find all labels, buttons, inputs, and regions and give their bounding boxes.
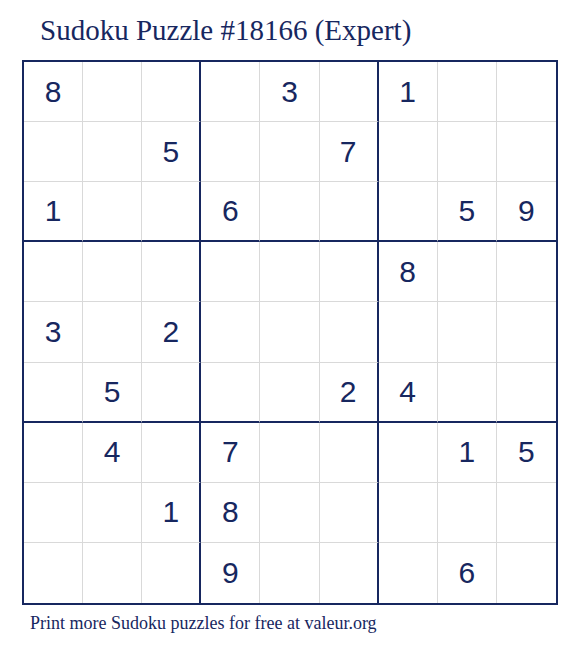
cell-r8c4: 8 <box>201 483 260 543</box>
cell-r2c3: 5 <box>142 122 201 182</box>
cell-r4c3 <box>142 242 201 302</box>
cell-r6c6: 2 <box>320 363 379 423</box>
cell-r3c9: 9 <box>497 182 556 242</box>
puzzle-page: Sudoku Puzzle #18166 (Expert) 8315716598… <box>0 0 580 651</box>
cell-r6c9 <box>497 363 556 423</box>
cell-r6c8 <box>438 363 497 423</box>
cell-r6c4 <box>201 363 260 423</box>
cell-r2c8 <box>438 122 497 182</box>
cell-r7c4: 7 <box>201 423 260 483</box>
cell-r1c4 <box>201 62 260 122</box>
cell-r4c2 <box>83 242 142 302</box>
cell-r5c6 <box>320 302 379 362</box>
cell-r3c1: 1 <box>24 182 83 242</box>
cell-r8c6 <box>320 483 379 543</box>
cell-r2c4 <box>201 122 260 182</box>
cell-r5c7 <box>379 302 438 362</box>
cell-r8c5 <box>260 483 319 543</box>
cell-r5c2 <box>83 302 142 362</box>
cell-r4c9 <box>497 242 556 302</box>
cell-r4c8 <box>438 242 497 302</box>
cell-r2c1 <box>24 122 83 182</box>
cell-r3c4: 6 <box>201 182 260 242</box>
cell-r8c7 <box>379 483 438 543</box>
cell-r1c7: 1 <box>379 62 438 122</box>
cell-r7c2: 4 <box>83 423 142 483</box>
sudoku-board: 83157165983252447151896 <box>22 60 558 605</box>
cell-r3c5 <box>260 182 319 242</box>
cell-r9c6 <box>320 543 379 603</box>
cell-r2c7 <box>379 122 438 182</box>
cell-r1c8 <box>438 62 497 122</box>
cell-r6c5 <box>260 363 319 423</box>
cell-r3c2 <box>83 182 142 242</box>
cell-r4c6 <box>320 242 379 302</box>
cell-r8c9 <box>497 483 556 543</box>
cell-r1c9 <box>497 62 556 122</box>
cell-r9c9 <box>497 543 556 603</box>
cell-r9c5 <box>260 543 319 603</box>
cell-r9c2 <box>83 543 142 603</box>
cell-r4c4 <box>201 242 260 302</box>
cell-r6c7: 4 <box>379 363 438 423</box>
cell-r7c3 <box>142 423 201 483</box>
cell-r7c7 <box>379 423 438 483</box>
footer-text: Print more Sudoku puzzles for free at va… <box>30 612 377 634</box>
cell-r5c8 <box>438 302 497 362</box>
cell-r1c3 <box>142 62 201 122</box>
cell-r3c6 <box>320 182 379 242</box>
cell-r4c1 <box>24 242 83 302</box>
cell-r6c2: 5 <box>83 363 142 423</box>
cell-r8c2 <box>83 483 142 543</box>
cell-r5c3: 2 <box>142 302 201 362</box>
cell-r3c8: 5 <box>438 182 497 242</box>
cell-r6c3 <box>142 363 201 423</box>
cell-r3c3 <box>142 182 201 242</box>
cell-r5c9 <box>497 302 556 362</box>
cell-r2c2 <box>83 122 142 182</box>
cell-r5c4 <box>201 302 260 362</box>
cell-r1c6 <box>320 62 379 122</box>
cell-r1c1: 8 <box>24 62 83 122</box>
cell-r2c9 <box>497 122 556 182</box>
cell-r9c1 <box>24 543 83 603</box>
cell-r5c5 <box>260 302 319 362</box>
cell-r2c5 <box>260 122 319 182</box>
cell-r9c7 <box>379 543 438 603</box>
cell-r7c9: 5 <box>497 423 556 483</box>
cell-r7c8: 1 <box>438 423 497 483</box>
cell-r9c4: 9 <box>201 543 260 603</box>
cell-r5c1: 3 <box>24 302 83 362</box>
cell-r9c8: 6 <box>438 543 497 603</box>
cell-r7c5 <box>260 423 319 483</box>
cell-r8c1 <box>24 483 83 543</box>
cell-r7c1 <box>24 423 83 483</box>
cell-r8c8 <box>438 483 497 543</box>
cell-r1c5: 3 <box>260 62 319 122</box>
cell-r4c5 <box>260 242 319 302</box>
cell-r6c1 <box>24 363 83 423</box>
cell-r1c2 <box>83 62 142 122</box>
cell-r8c3: 1 <box>142 483 201 543</box>
cell-r4c7: 8 <box>379 242 438 302</box>
cell-r9c3 <box>142 543 201 603</box>
cell-r2c6: 7 <box>320 122 379 182</box>
cell-r7c6 <box>320 423 379 483</box>
cell-r3c7 <box>379 182 438 242</box>
page-title: Sudoku Puzzle #18166 (Expert) <box>40 13 411 47</box>
